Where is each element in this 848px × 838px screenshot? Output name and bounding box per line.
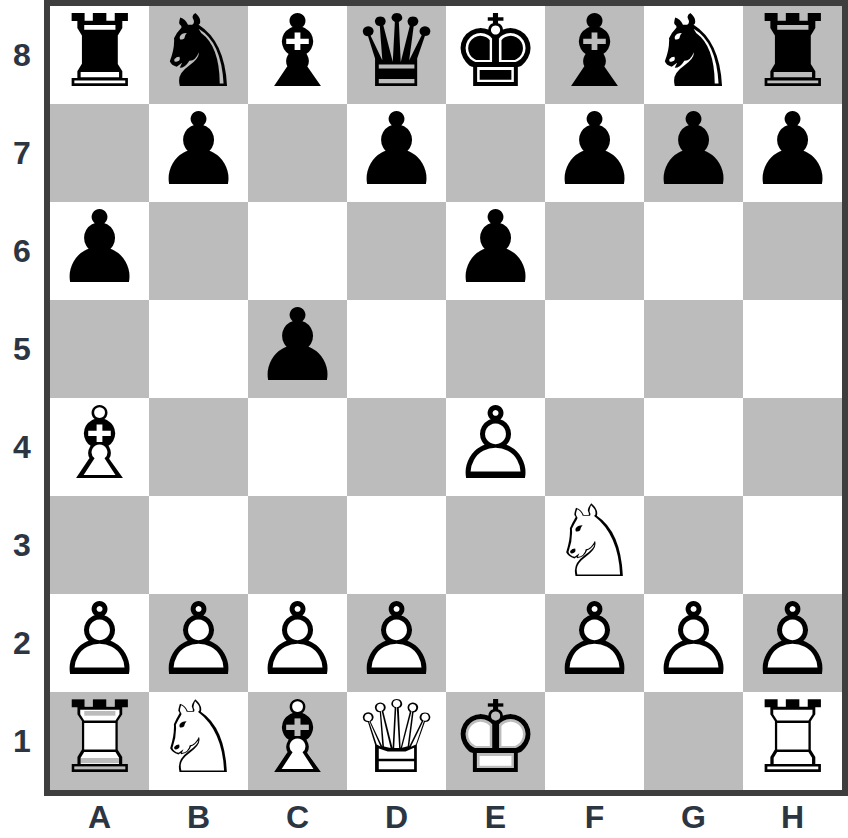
white-knight-piece[interactable]: ♞♘	[149, 692, 248, 790]
square-c5[interactable]: ♟	[248, 300, 347, 398]
square-f3[interactable]: ♞♘	[545, 496, 644, 594]
square-g1[interactable]	[644, 692, 743, 790]
square-b5[interactable]	[149, 300, 248, 398]
chess-board-grid: ♜♞♝♛♚♝♞♜♟♟♟♟♟♟♟♟♝♗♟♙♞♘♟♙♟♙♟♙♟♙♟♙♟♙♟♙♜♖♞♘…	[50, 6, 842, 790]
rank-label-4: 4	[0, 398, 44, 496]
file-label-d: D	[347, 796, 446, 838]
white-pawn-piece[interactable]: ♟♙	[644, 594, 743, 692]
black-pawn-piece[interactable]: ♟	[50, 202, 149, 300]
black-pawn-piece[interactable]: ♟	[347, 104, 446, 202]
piece-outline: ♙	[446, 398, 545, 496]
rank-label-8: 8	[0, 6, 44, 104]
square-f7[interactable]: ♟	[545, 104, 644, 202]
square-a6[interactable]: ♟	[50, 202, 149, 300]
file-label-g: G	[644, 796, 743, 838]
square-c4[interactable]	[248, 398, 347, 496]
piece-black-body: ♟	[644, 104, 743, 202]
piece-outline: ♘	[149, 692, 248, 790]
piece-outline: ♔	[446, 692, 545, 790]
piece-black-body: ♟	[347, 104, 446, 202]
piece-black-body: ♟	[545, 104, 644, 202]
square-g2[interactable]: ♟♙	[644, 594, 743, 692]
square-e2[interactable]	[446, 594, 545, 692]
piece-outline: ♙	[248, 594, 347, 692]
black-bishop-piece[interactable]: ♝	[545, 6, 644, 104]
white-rook-piece[interactable]: ♜♖	[743, 692, 842, 790]
square-b6[interactable]	[149, 202, 248, 300]
white-pawn-piece[interactable]: ♟♙	[743, 594, 842, 692]
piece-black-body: ♜	[743, 6, 842, 104]
square-d7[interactable]: ♟	[347, 104, 446, 202]
square-e4[interactable]: ♟♙	[446, 398, 545, 496]
piece-outline: ♙	[743, 594, 842, 692]
white-queen-piece[interactable]: ♛♕	[347, 692, 446, 790]
square-c7[interactable]	[248, 104, 347, 202]
piece-outline: ♙	[50, 594, 149, 692]
square-f8[interactable]: ♝	[545, 6, 644, 104]
square-h7[interactable]: ♟	[743, 104, 842, 202]
square-g7[interactable]: ♟	[644, 104, 743, 202]
white-pawn-piece[interactable]: ♟♙	[347, 594, 446, 692]
piece-black-body: ♟	[50, 202, 149, 300]
square-f5[interactable]	[545, 300, 644, 398]
square-f6[interactable]	[545, 202, 644, 300]
black-pawn-piece[interactable]: ♟	[644, 104, 743, 202]
square-e8[interactable]: ♚	[446, 6, 545, 104]
piece-black-body: ♟	[743, 104, 842, 202]
piece-outline: ♗	[248, 692, 347, 790]
square-a8[interactable]: ♜	[50, 6, 149, 104]
square-g3[interactable]	[644, 496, 743, 594]
piece-outline: ♘	[545, 496, 644, 594]
rank-labels: 87654321	[0, 6, 44, 790]
square-g8[interactable]: ♞	[644, 6, 743, 104]
piece-outline: ♗	[50, 398, 149, 496]
white-pawn-piece[interactable]: ♟♙	[248, 594, 347, 692]
piece-outline: ♙	[545, 594, 644, 692]
square-f4[interactable]	[545, 398, 644, 496]
black-queen-piece[interactable]: ♛	[347, 6, 446, 104]
piece-black-body: ♜	[50, 6, 149, 104]
piece-outline: ♙	[149, 594, 248, 692]
white-pawn-piece[interactable]: ♟♙	[50, 594, 149, 692]
square-e6[interactable]: ♟	[446, 202, 545, 300]
piece-outline: ♕	[347, 692, 446, 790]
file-label-f: F	[545, 796, 644, 838]
black-pawn-piece[interactable]: ♟	[149, 104, 248, 202]
square-a1[interactable]: ♜♖	[50, 692, 149, 790]
square-h4[interactable]	[743, 398, 842, 496]
rank-label-3: 3	[0, 496, 44, 594]
file-labels: ABCDEFGH	[50, 796, 842, 838]
square-c8[interactable]: ♝	[248, 6, 347, 104]
rank-label-5: 5	[0, 300, 44, 398]
square-h5[interactable]	[743, 300, 842, 398]
rank-label-2: 2	[0, 594, 44, 692]
white-pawn-piece[interactable]: ♟♙	[446, 398, 545, 496]
piece-black-body: ♚	[446, 6, 545, 104]
file-label-e: E	[446, 796, 545, 838]
chess-board: ♜♞♝♛♚♝♞♜♟♟♟♟♟♟♟♟♝♗♟♙♞♘♟♙♟♙♟♙♟♙♟♙♟♙♟♙♜♖♞♘…	[44, 0, 848, 796]
square-g4[interactable]	[644, 398, 743, 496]
piece-outline: ♖	[50, 692, 149, 790]
square-f2[interactable]: ♟♙	[545, 594, 644, 692]
black-rook-piece[interactable]: ♜	[50, 6, 149, 104]
piece-black-body: ♞	[644, 6, 743, 104]
piece-black-body: ♞	[149, 6, 248, 104]
square-a7[interactable]	[50, 104, 149, 202]
square-h2[interactable]: ♟♙	[743, 594, 842, 692]
white-pawn-piece[interactable]: ♟♙	[149, 594, 248, 692]
square-b2[interactable]: ♟♙	[149, 594, 248, 692]
square-a5[interactable]	[50, 300, 149, 398]
piece-outline: ♙	[347, 594, 446, 692]
black-knight-piece[interactable]: ♞	[149, 6, 248, 104]
piece-outline: ♖	[743, 692, 842, 790]
square-d1[interactable]: ♛♕	[347, 692, 446, 790]
square-b4[interactable]	[149, 398, 248, 496]
square-d5[interactable]	[347, 300, 446, 398]
chess-diagram: 87654321 ♜♞♝♛♚♝♞♜♟♟♟♟♟♟♟♟♝♗♟♙♞♘♟♙♟♙♟♙♟♙♟…	[0, 0, 848, 838]
square-e1[interactable]: ♚♔	[446, 692, 545, 790]
black-rook-piece[interactable]: ♜	[743, 6, 842, 104]
square-h1[interactable]: ♜♖	[743, 692, 842, 790]
square-a2[interactable]: ♟♙	[50, 594, 149, 692]
square-e7[interactable]	[446, 104, 545, 202]
piece-black-body: ♟	[446, 202, 545, 300]
white-knight-piece[interactable]: ♞♘	[545, 496, 644, 594]
square-c3[interactable]	[248, 496, 347, 594]
white-rook-piece[interactable]: ♜♖	[50, 692, 149, 790]
square-d3[interactable]	[347, 496, 446, 594]
file-label-c: C	[248, 796, 347, 838]
square-h8[interactable]: ♜	[743, 6, 842, 104]
rank-label-1: 1	[0, 692, 44, 790]
white-king-piece[interactable]: ♚♔	[446, 692, 545, 790]
square-f1[interactable]	[545, 692, 644, 790]
rank-label-6: 6	[0, 202, 44, 300]
square-a3[interactable]	[50, 496, 149, 594]
square-h6[interactable]	[743, 202, 842, 300]
square-h3[interactable]	[743, 496, 842, 594]
black-pawn-piece[interactable]: ♟	[446, 202, 545, 300]
square-c6[interactable]	[248, 202, 347, 300]
black-pawn-piece[interactable]: ♟	[248, 300, 347, 398]
square-e5[interactable]	[446, 300, 545, 398]
rank-label-7: 7	[0, 104, 44, 202]
file-label-h: H	[743, 796, 842, 838]
square-e3[interactable]	[446, 496, 545, 594]
square-b1[interactable]: ♞♘	[149, 692, 248, 790]
black-king-piece[interactable]: ♚	[446, 6, 545, 104]
square-b7[interactable]: ♟	[149, 104, 248, 202]
piece-outline: ♙	[644, 594, 743, 692]
file-label-a: A	[50, 796, 149, 838]
piece-black-body: ♟	[248, 300, 347, 398]
black-knight-piece[interactable]: ♞	[644, 6, 743, 104]
piece-black-body: ♝	[248, 6, 347, 104]
square-b8[interactable]: ♞	[149, 6, 248, 104]
piece-black-body: ♝	[545, 6, 644, 104]
white-bishop-piece[interactable]: ♝♗	[50, 398, 149, 496]
square-a4[interactable]: ♝♗	[50, 398, 149, 496]
square-g5[interactable]	[644, 300, 743, 398]
file-label-b: B	[149, 796, 248, 838]
white-bishop-piece[interactable]: ♝♗	[248, 692, 347, 790]
square-c2[interactable]: ♟♙	[248, 594, 347, 692]
white-pawn-piece[interactable]: ♟♙	[545, 594, 644, 692]
square-d6[interactable]	[347, 202, 446, 300]
square-d8[interactable]: ♛	[347, 6, 446, 104]
square-d4[interactable]	[347, 398, 446, 496]
square-g6[interactable]	[644, 202, 743, 300]
piece-black-body: ♛	[347, 6, 446, 104]
square-d2[interactable]: ♟♙	[347, 594, 446, 692]
black-pawn-piece[interactable]: ♟	[545, 104, 644, 202]
square-c1[interactable]: ♝♗	[248, 692, 347, 790]
piece-black-body: ♟	[149, 104, 248, 202]
black-pawn-piece[interactable]: ♟	[743, 104, 842, 202]
square-b3[interactable]	[149, 496, 248, 594]
black-bishop-piece[interactable]: ♝	[248, 6, 347, 104]
